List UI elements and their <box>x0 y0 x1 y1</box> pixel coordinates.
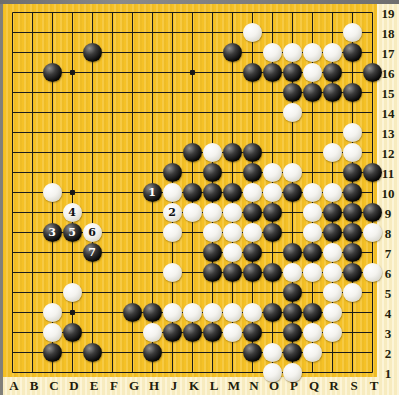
white-stone <box>303 203 322 222</box>
white-stone <box>43 303 62 322</box>
white-stone <box>243 303 262 322</box>
black-stone <box>243 343 262 362</box>
black-stone <box>343 43 362 62</box>
black-stone <box>203 263 222 282</box>
black-stone <box>343 163 362 182</box>
black-stone <box>243 323 262 342</box>
column-coordinate-label: A <box>4 377 24 395</box>
black-stone <box>263 263 282 282</box>
star-point <box>70 70 75 75</box>
white-stone: 2 <box>163 203 182 222</box>
move-number-label: 2 <box>163 203 182 222</box>
black-stone <box>163 163 182 182</box>
white-stone <box>163 303 182 322</box>
row-coordinate-label: 7 <box>377 245 399 263</box>
black-stone <box>183 183 202 202</box>
column-coordinate-label: E <box>84 377 104 395</box>
go-diagram: 1357426 19181716151413121110987654321ABC… <box>0 0 399 395</box>
go-board[interactable]: 1357426 <box>2 2 382 382</box>
move-number-label: 1 <box>143 183 162 202</box>
white-stone <box>163 263 182 282</box>
black-stone <box>323 203 342 222</box>
black-stone <box>143 303 162 322</box>
window-left-edge <box>0 0 3 395</box>
move-number-label: 7 <box>83 243 102 262</box>
black-stone <box>43 343 62 362</box>
column-coordinate-label: P <box>284 377 304 395</box>
black-stone <box>263 63 282 82</box>
white-stone <box>343 283 362 302</box>
black-stone: 7 <box>83 243 102 262</box>
black-stone <box>303 243 322 262</box>
move-number-label: 5 <box>63 223 82 242</box>
white-stone <box>263 343 282 362</box>
white-stone <box>323 243 342 262</box>
white-stone <box>223 243 242 262</box>
move-number-label: 3 <box>43 223 62 242</box>
white-stone <box>323 303 342 322</box>
black-stone <box>303 303 322 322</box>
row-coordinate-label: 16 <box>377 65 399 83</box>
black-stone <box>323 63 342 82</box>
row-coordinate-label: 3 <box>377 325 399 343</box>
white-stone <box>183 203 202 222</box>
row-coordinate-label: 4 <box>377 305 399 323</box>
black-stone <box>143 343 162 362</box>
white-stone: 6 <box>83 223 102 242</box>
white-stone <box>343 123 362 142</box>
white-stone <box>303 323 322 342</box>
black-stone <box>283 63 302 82</box>
black-stone <box>123 303 142 322</box>
black-stone <box>323 83 342 102</box>
column-coordinate-label: J <box>164 377 184 395</box>
column-coordinate-label: G <box>124 377 144 395</box>
black-stone <box>203 323 222 342</box>
black-stone <box>63 323 82 342</box>
black-stone: 3 <box>43 223 62 242</box>
black-stone: 5 <box>63 223 82 242</box>
white-stone <box>203 223 222 242</box>
white-stone <box>243 223 262 242</box>
column-coordinate-label: L <box>204 377 224 395</box>
column-coordinate-label: F <box>104 377 124 395</box>
column-coordinate-label: H <box>144 377 164 395</box>
column-coordinate-label: M <box>224 377 244 395</box>
white-stone <box>163 223 182 242</box>
row-coordinate-label: 8 <box>377 225 399 243</box>
row-coordinate-label: 6 <box>377 265 399 283</box>
black-stone <box>243 143 262 162</box>
row-coordinate-label: 13 <box>377 125 399 143</box>
white-stone <box>343 23 362 42</box>
black-stone <box>223 263 242 282</box>
black-stone <box>343 223 362 242</box>
row-coordinate-label: 14 <box>377 105 399 123</box>
black-stone <box>283 83 302 102</box>
black-stone <box>303 83 322 102</box>
black-stone <box>283 283 302 302</box>
black-stone <box>183 143 202 162</box>
column-coordinate-label: T <box>364 377 384 395</box>
star-point <box>190 70 195 75</box>
move-number-label: 4 <box>63 203 82 222</box>
black-stone <box>163 323 182 342</box>
star-point <box>70 190 75 195</box>
black-stone <box>283 183 302 202</box>
black-stone <box>203 183 222 202</box>
black-stone <box>203 163 222 182</box>
white-stone <box>263 43 282 62</box>
column-coordinate-label: D <box>64 377 84 395</box>
column-coordinate-label: Q <box>304 377 324 395</box>
white-stone <box>223 323 242 342</box>
white-stone <box>303 63 322 82</box>
star-point <box>70 310 75 315</box>
move-number-label: 6 <box>83 223 102 242</box>
black-stone <box>223 43 242 62</box>
black-stone <box>243 243 262 262</box>
window-top-edge <box>0 0 399 4</box>
column-coordinate-label: K <box>184 377 204 395</box>
white-stone <box>323 143 342 162</box>
white-stone <box>323 263 342 282</box>
black-stone <box>283 323 302 342</box>
white-stone <box>183 303 202 322</box>
black-stone <box>203 243 222 262</box>
white-stone <box>283 163 302 182</box>
black-stone <box>263 223 282 242</box>
black-stone <box>263 303 282 322</box>
white-stone <box>163 183 182 202</box>
white-stone <box>203 203 222 222</box>
white-stone <box>323 183 342 202</box>
white-stone <box>343 143 362 162</box>
column-coordinate-label: O <box>264 377 284 395</box>
row-coordinate-label: 19 <box>377 5 399 23</box>
black-stone: 1 <box>143 183 162 202</box>
black-stone <box>343 183 362 202</box>
black-stone <box>43 63 62 82</box>
row-coordinate-label: 11 <box>377 165 399 183</box>
white-stone <box>223 223 242 242</box>
white-stone <box>263 183 282 202</box>
white-stone <box>263 163 282 182</box>
white-stone <box>323 283 342 302</box>
row-coordinate-label: 17 <box>377 45 399 63</box>
black-stone <box>243 163 262 182</box>
white-stone <box>303 343 322 362</box>
white-stone <box>303 263 322 282</box>
white-stone <box>63 283 82 302</box>
black-stone <box>283 243 302 262</box>
white-stone <box>303 223 322 242</box>
white-stone <box>223 203 242 222</box>
black-stone <box>83 343 102 362</box>
column-coordinate-label: B <box>24 377 44 395</box>
white-stone <box>43 323 62 342</box>
black-stone <box>343 243 362 262</box>
black-stone <box>283 343 302 362</box>
row-coordinate-label: 18 <box>377 25 399 43</box>
white-stone <box>143 323 162 342</box>
white-stone <box>283 103 302 122</box>
black-stone <box>343 263 362 282</box>
white-stone: 4 <box>63 203 82 222</box>
black-stone <box>243 203 262 222</box>
black-stone <box>283 303 302 322</box>
black-stone <box>263 203 282 222</box>
black-stone <box>223 143 242 162</box>
white-stone <box>303 183 322 202</box>
white-stone <box>303 43 322 62</box>
white-stone <box>283 43 302 62</box>
white-stone <box>43 183 62 202</box>
black-stone <box>343 83 362 102</box>
column-coordinate-label: R <box>324 377 344 395</box>
black-stone <box>323 223 342 242</box>
white-stone <box>323 43 342 62</box>
column-coordinate-label: S <box>344 377 364 395</box>
row-coordinate-label: 5 <box>377 285 399 303</box>
black-stone <box>343 203 362 222</box>
black-stone <box>83 43 102 62</box>
white-stone <box>223 303 242 322</box>
black-stone <box>183 323 202 342</box>
row-coordinate-label: 10 <box>377 185 399 203</box>
column-coordinate-label: C <box>44 377 64 395</box>
black-stone <box>243 63 262 82</box>
white-stone <box>323 323 342 342</box>
black-stone <box>223 183 242 202</box>
row-coordinate-label: 2 <box>377 345 399 363</box>
white-stone <box>243 23 262 42</box>
white-stone <box>243 183 262 202</box>
white-stone <box>203 303 222 322</box>
white-stone <box>283 263 302 282</box>
row-coordinate-label: 12 <box>377 145 399 163</box>
white-stone <box>203 143 222 162</box>
column-coordinate-label: N <box>244 377 264 395</box>
row-coordinate-label: 15 <box>377 85 399 103</box>
row-coordinate-label: 9 <box>377 205 399 223</box>
black-stone <box>243 263 262 282</box>
